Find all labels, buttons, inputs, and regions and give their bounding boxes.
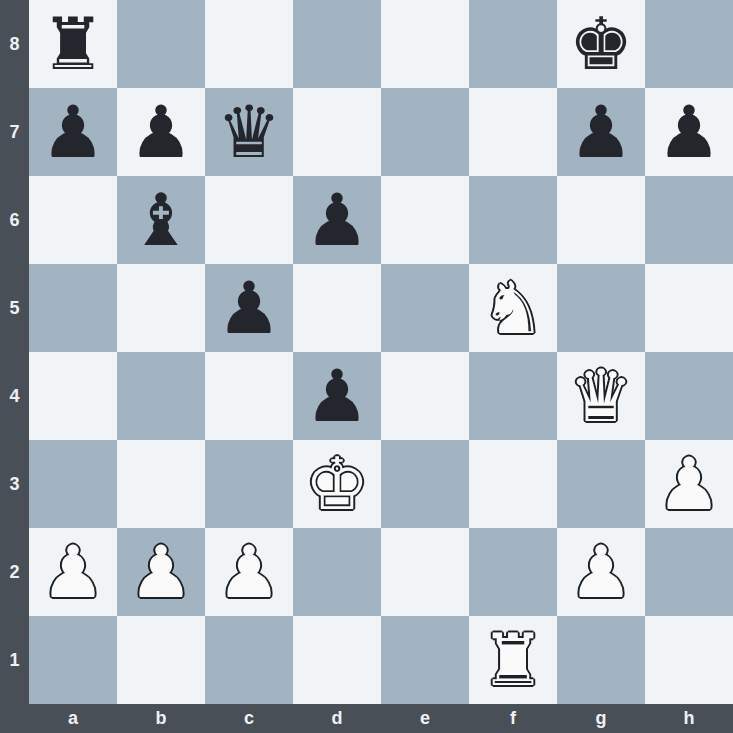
- piece-white-pawn[interactable]: ♟: [569, 528, 634, 616]
- piece-white-pawn[interactable]: ♟: [129, 528, 194, 616]
- piece-black-pawn[interactable]: ♟: [305, 352, 370, 440]
- square-h3[interactable]: ♟: [645, 440, 733, 528]
- file-label-b: b: [117, 704, 205, 733]
- rank-label-5: 5: [0, 264, 29, 352]
- square-g5[interactable]: [557, 264, 645, 352]
- square-d8[interactable]: [293, 0, 381, 88]
- square-c5[interactable]: ♟: [205, 264, 293, 352]
- rank-label-6: 6: [0, 176, 29, 264]
- square-f4[interactable]: [469, 352, 557, 440]
- square-d4[interactable]: ♟: [293, 352, 381, 440]
- square-h8[interactable]: [645, 0, 733, 88]
- piece-white-pawn[interactable]: ♟: [217, 528, 282, 616]
- square-e5[interactable]: [381, 264, 469, 352]
- rank-label-8: 8: [0, 0, 29, 88]
- square-c7[interactable]: ♛: [205, 88, 293, 176]
- square-c1[interactable]: [205, 616, 293, 704]
- square-g6[interactable]: [557, 176, 645, 264]
- square-f6[interactable]: [469, 176, 557, 264]
- square-c8[interactable]: [205, 0, 293, 88]
- square-h1[interactable]: [645, 616, 733, 704]
- file-label-f: f: [469, 704, 557, 733]
- piece-black-king[interactable]: ♚: [569, 0, 634, 88]
- rank-label-3: 3: [0, 440, 29, 528]
- square-d6[interactable]: ♟: [293, 176, 381, 264]
- square-d1[interactable]: [293, 616, 381, 704]
- square-b2[interactable]: ♟: [117, 528, 205, 616]
- rank-label-4: 4: [0, 352, 29, 440]
- square-a4[interactable]: [29, 352, 117, 440]
- square-e7[interactable]: [381, 88, 469, 176]
- square-e6[interactable]: [381, 176, 469, 264]
- square-h6[interactable]: [645, 176, 733, 264]
- square-b7[interactable]: ♟: [117, 88, 205, 176]
- square-f7[interactable]: [469, 88, 557, 176]
- piece-black-queen[interactable]: ♛: [217, 88, 282, 176]
- piece-black-pawn[interactable]: ♟: [305, 176, 370, 264]
- square-d2[interactable]: [293, 528, 381, 616]
- square-h7[interactable]: ♟: [645, 88, 733, 176]
- rank-label-1: 1: [0, 616, 29, 704]
- square-a1[interactable]: [29, 616, 117, 704]
- square-e8[interactable]: [381, 0, 469, 88]
- piece-black-pawn[interactable]: ♟: [569, 88, 634, 176]
- square-c4[interactable]: [205, 352, 293, 440]
- square-d7[interactable]: [293, 88, 381, 176]
- piece-white-king[interactable]: ♚: [305, 440, 370, 528]
- piece-black-rook[interactable]: ♜: [41, 0, 106, 88]
- chess-board: ♜♚♟♟♛♟♟♝♟♟♞♟♛♚♟♟♟♟♟♜: [29, 0, 733, 704]
- piece-white-knight[interactable]: ♞: [481, 264, 546, 352]
- square-e1[interactable]: [381, 616, 469, 704]
- square-c6[interactable]: [205, 176, 293, 264]
- piece-white-pawn[interactable]: ♟: [657, 440, 722, 528]
- piece-black-pawn[interactable]: ♟: [129, 88, 194, 176]
- square-e4[interactable]: [381, 352, 469, 440]
- square-g8[interactable]: ♚: [557, 0, 645, 88]
- square-f5[interactable]: ♞: [469, 264, 557, 352]
- file-label-d: d: [293, 704, 381, 733]
- square-d5[interactable]: [293, 264, 381, 352]
- square-c2[interactable]: ♟: [205, 528, 293, 616]
- square-a5[interactable]: [29, 264, 117, 352]
- piece-white-pawn[interactable]: ♟: [41, 528, 106, 616]
- file-label-h: h: [645, 704, 733, 733]
- square-f8[interactable]: [469, 0, 557, 88]
- square-g7[interactable]: ♟: [557, 88, 645, 176]
- square-a7[interactable]: ♟: [29, 88, 117, 176]
- square-g2[interactable]: ♟: [557, 528, 645, 616]
- square-e2[interactable]: [381, 528, 469, 616]
- square-a6[interactable]: [29, 176, 117, 264]
- piece-black-pawn[interactable]: ♟: [657, 88, 722, 176]
- square-d3[interactable]: ♚: [293, 440, 381, 528]
- square-h4[interactable]: [645, 352, 733, 440]
- file-label-g: g: [557, 704, 645, 733]
- square-b5[interactable]: [117, 264, 205, 352]
- square-b3[interactable]: [117, 440, 205, 528]
- square-f1[interactable]: ♜: [469, 616, 557, 704]
- square-g1[interactable]: [557, 616, 645, 704]
- piece-white-queen[interactable]: ♛: [569, 352, 634, 440]
- square-g4[interactable]: ♛: [557, 352, 645, 440]
- square-h2[interactable]: [645, 528, 733, 616]
- square-b6[interactable]: ♝: [117, 176, 205, 264]
- square-g3[interactable]: [557, 440, 645, 528]
- square-b1[interactable]: [117, 616, 205, 704]
- file-label-a: a: [29, 704, 117, 733]
- rank-label-2: 2: [0, 528, 29, 616]
- square-f2[interactable]: [469, 528, 557, 616]
- square-a8[interactable]: ♜: [29, 0, 117, 88]
- piece-black-bishop[interactable]: ♝: [129, 176, 194, 264]
- piece-black-pawn[interactable]: ♟: [217, 264, 282, 352]
- square-a3[interactable]: [29, 440, 117, 528]
- file-label-e: e: [381, 704, 469, 733]
- square-c3[interactable]: [205, 440, 293, 528]
- square-h5[interactable]: [645, 264, 733, 352]
- file-labels: abcdefgh: [29, 704, 733, 733]
- rank-label-7: 7: [0, 88, 29, 176]
- rank-labels: 87654321: [0, 0, 29, 704]
- piece-black-pawn[interactable]: ♟: [41, 88, 106, 176]
- chess-board-frame: 87654321 ♜♚♟♟♛♟♟♝♟♟♞♟♛♚♟♟♟♟♟♜ abcdefgh: [0, 0, 733, 733]
- square-e3[interactable]: [381, 440, 469, 528]
- square-b8[interactable]: [117, 0, 205, 88]
- file-label-c: c: [205, 704, 293, 733]
- piece-white-rook[interactable]: ♜: [481, 616, 546, 704]
- square-f3[interactable]: [469, 440, 557, 528]
- square-b4[interactable]: [117, 352, 205, 440]
- square-a2[interactable]: ♟: [29, 528, 117, 616]
